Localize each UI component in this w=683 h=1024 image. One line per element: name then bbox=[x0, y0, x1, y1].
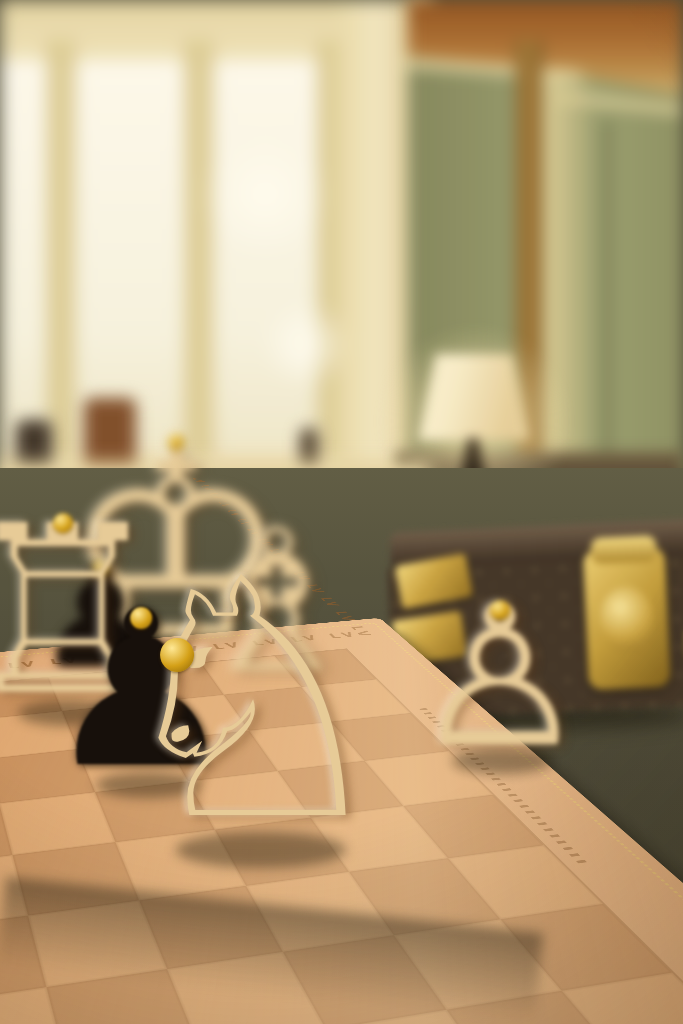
king-gold-finial bbox=[168, 434, 184, 450]
lamp-shade bbox=[418, 354, 530, 440]
window-mullion bbox=[186, 40, 212, 460]
knight-gold-eye-stud bbox=[160, 638, 194, 672]
bokeh-highlight bbox=[260, 300, 350, 390]
white-knight-glyph: ♘ bbox=[104, 550, 400, 854]
white-knight-piece[interactable]: ♘ bbox=[104, 550, 400, 854]
window-mullion bbox=[48, 40, 74, 460]
bokeh-highlight bbox=[200, 130, 330, 260]
pawn-gold-finial bbox=[490, 600, 510, 620]
lock-hasp bbox=[590, 535, 657, 564]
window-mullion bbox=[318, 40, 340, 460]
photo-scene: LV LV LV LV LV LV LV LV LV LV LV LV LV L… bbox=[0, 0, 683, 1024]
brass-lock bbox=[583, 547, 671, 691]
window-pane bbox=[0, 60, 48, 452]
white-pawn-piece[interactable]: ♙ bbox=[412, 586, 588, 766]
lock-boss bbox=[598, 585, 655, 651]
window-pane bbox=[76, 60, 184, 452]
rook-gold-finial bbox=[53, 513, 73, 533]
